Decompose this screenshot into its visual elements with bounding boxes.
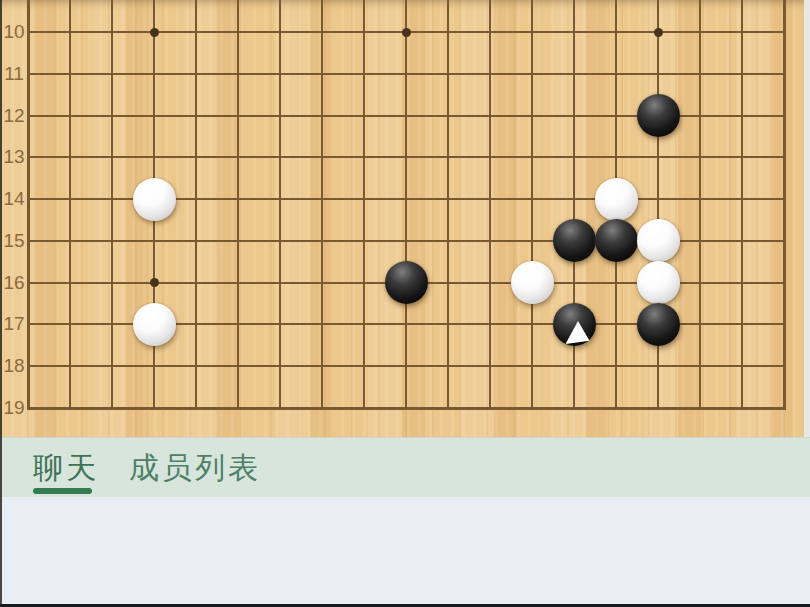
row-coordinate-label: 19 xyxy=(2,397,26,419)
row-coordinate-label: 17 xyxy=(2,313,26,335)
grid-line-vertical xyxy=(489,0,491,410)
row-coordinate-label: 10 xyxy=(2,21,26,43)
tab-chat[interactable]: 聊天 xyxy=(33,452,99,484)
row-coordinate-label: 16 xyxy=(2,272,26,294)
stone-white xyxy=(595,178,638,221)
stone-white xyxy=(133,178,176,221)
go-app-screen: 10111213141516171819 聊天 成员列表 xyxy=(0,0,810,607)
row-coordinate-label: 11 xyxy=(2,63,26,85)
tab-members[interactable]: 成员列表 xyxy=(129,452,261,484)
grid-line-horizontal xyxy=(27,407,786,410)
grid-line-vertical xyxy=(111,0,113,410)
stone-white xyxy=(637,261,680,304)
grid-line-horizontal xyxy=(27,73,786,75)
stone-black xyxy=(637,94,680,137)
star-point xyxy=(150,28,159,37)
star-point xyxy=(654,28,663,37)
grid-line-vertical xyxy=(69,0,71,410)
row-coordinate-label: 14 xyxy=(2,188,26,210)
stone-black xyxy=(595,219,638,262)
grid-line-vertical xyxy=(657,0,659,410)
grid-line-horizontal xyxy=(27,156,786,158)
chat-panel xyxy=(0,497,810,604)
stone-black xyxy=(385,261,428,304)
stone-white xyxy=(133,303,176,346)
grid-line-vertical xyxy=(783,0,786,410)
star-point xyxy=(150,278,159,287)
grid-line-vertical xyxy=(573,0,575,410)
row-coordinate-label: 18 xyxy=(2,355,26,377)
row-coordinate-label: 12 xyxy=(2,105,26,127)
active-tab-underline xyxy=(33,488,92,494)
grid-line-vertical xyxy=(279,0,281,410)
row-coordinate-label: 15 xyxy=(2,230,26,252)
screen-left-border xyxy=(0,0,2,604)
grid-line-horizontal xyxy=(27,365,786,367)
last-move-triangle-icon xyxy=(566,321,590,344)
tab-members-label: 成员列表 xyxy=(129,451,261,484)
grid-line-vertical xyxy=(321,0,323,410)
stone-black xyxy=(553,219,596,262)
grid-line-vertical xyxy=(699,0,701,410)
grid-line-vertical xyxy=(27,0,30,410)
star-point xyxy=(402,28,411,37)
grid-line-vertical xyxy=(531,0,533,410)
stone-black xyxy=(637,303,680,346)
stone-black xyxy=(553,303,596,346)
bottom-tab-bar: 聊天 成员列表 xyxy=(0,437,810,497)
grid-line-vertical xyxy=(405,0,407,410)
stone-white xyxy=(637,219,680,262)
grid-line-vertical xyxy=(237,0,239,410)
grid-line-vertical xyxy=(195,0,197,410)
go-board[interactable]: 10111213141516171819 xyxy=(0,0,804,437)
tab-chat-label: 聊天 xyxy=(33,451,99,484)
screen-right-gutter xyxy=(804,0,810,437)
row-coordinate-label: 13 xyxy=(2,146,26,168)
grid-line-vertical xyxy=(447,0,449,410)
stone-white xyxy=(511,261,554,304)
grid-line-vertical xyxy=(363,0,365,410)
grid-line-vertical xyxy=(741,0,743,410)
